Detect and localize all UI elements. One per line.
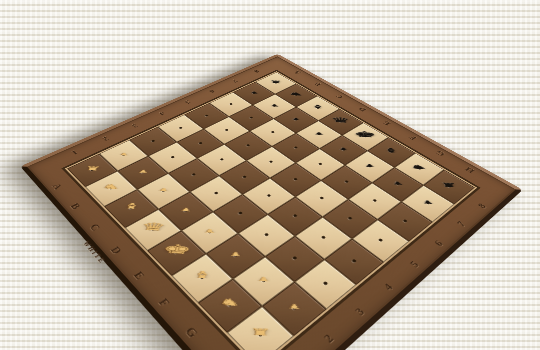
black-bishop-glyph: ♝ [309, 104, 326, 110]
rank-label-right-7: 7 [440, 210, 482, 239]
black-pawn-glyph: ♟ [390, 181, 405, 187]
white-bishop-glyph: ♝ [120, 202, 144, 212]
white-pawn-glyph: ♟ [286, 303, 304, 312]
black-bishop-glyph: ♝ [381, 147, 401, 155]
white-pawn-glyph: ♟ [227, 251, 244, 259]
board-tilt-wrapper: ABCDEFGH ABCDEFGH 12345678 12345678 WHIT… [20, 54, 523, 350]
black-queen-glyph: ♛ [330, 116, 351, 124]
board-grid: ♜♞♝♛♚♝♞♜♟♟♟♟♟♟♟♟♟♟♟♟♟♟♟♟♜♞♝♛♚♝♞♜ [67, 72, 475, 350]
white-queen-glyph: ♛ [140, 221, 168, 233]
black-knight-glyph: ♞ [409, 164, 429, 171]
rank-label-right-6: 6 [417, 228, 460, 259]
rank-label-right-4: 4 [365, 269, 410, 305]
rank-label-right-2: 2 [305, 318, 353, 350]
black-rook-glyph: ♜ [269, 80, 283, 85]
white-knight-glyph: ♞ [101, 183, 123, 191]
black-pawn-glyph: ♟ [420, 200, 436, 206]
white-pawn-glyph: ♟ [116, 152, 131, 157]
white-rook-glyph: ♜ [249, 327, 272, 339]
white-rook-glyph: ♜ [83, 166, 102, 173]
black-king-glyph: ♚ [353, 130, 377, 139]
chess-board-frame: ABCDEFGH ABCDEFGH 12345678 12345678 WHIT… [20, 54, 523, 350]
photo-background: ABCDEFGH ABCDEFGH 12345678 12345678 WHIT… [0, 0, 540, 350]
black-pawn-glyph: ♟ [313, 132, 326, 137]
black-pawn-glyph: ♟ [268, 104, 280, 108]
white-pawn-glyph: ♟ [135, 169, 151, 175]
rank-label-right-3: 3 [336, 292, 382, 331]
white-bishop-glyph: ♝ [190, 269, 216, 281]
black-rook-glyph: ♜ [439, 182, 458, 189]
rank-label-right-8: 8 [461, 193, 502, 220]
rank-label-right-5: 5 [392, 248, 436, 281]
white-king-glyph: ♚ [161, 242, 192, 256]
white-pawn-glyph: ♟ [156, 187, 172, 193]
file-label-g: G [170, 312, 214, 350]
black-knight-glyph: ♞ [289, 92, 304, 97]
black-pawn-glyph: ♟ [363, 163, 377, 169]
white-pawn-glyph: ♟ [178, 207, 194, 214]
white-pawn-glyph: ♟ [201, 228, 218, 235]
white-knight-glyph: ♞ [218, 297, 242, 309]
white-pawn-glyph: ♟ [255, 276, 272, 285]
black-pawn-glyph: ♟ [248, 91, 260, 95]
black-pawn-glyph: ♟ [290, 117, 302, 122]
black-pawn-glyph: ♟ [337, 147, 351, 152]
